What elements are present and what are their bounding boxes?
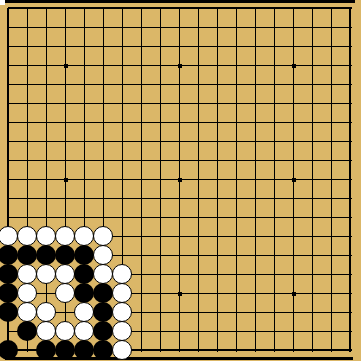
intersection-f13[interactable] (94, 113, 113, 132)
intersection-e12[interactable] (75, 132, 94, 151)
intersection-k12[interactable] (189, 132, 208, 151)
intersection-d18[interactable] (56, 18, 75, 37)
intersection-s2[interactable] (341, 322, 360, 341)
intersection-b8[interactable] (18, 208, 37, 227)
intersection-c3[interactable] (37, 303, 56, 322)
intersection-r15[interactable] (322, 75, 341, 94)
intersection-o16[interactable] (265, 56, 284, 75)
intersection-k9[interactable] (189, 189, 208, 208)
intersection-h5[interactable] (132, 265, 151, 284)
intersection-g5[interactable] (113, 265, 132, 284)
intersection-g9[interactable] (113, 189, 132, 208)
intersection-o14[interactable] (265, 94, 284, 113)
intersection-l16[interactable] (208, 56, 227, 75)
intersection-c15[interactable] (37, 75, 56, 94)
intersection-q7[interactable] (303, 227, 322, 246)
intersection-b16[interactable] (18, 56, 37, 75)
intersection-f11[interactable] (94, 151, 113, 170)
intersection-f14[interactable] (94, 94, 113, 113)
intersection-i7[interactable] (151, 227, 170, 246)
intersection-l6[interactable] (208, 246, 227, 265)
intersection-p13[interactable] (284, 113, 303, 132)
intersection-e7[interactable] (75, 227, 94, 246)
intersection-p4[interactable] (284, 284, 303, 303)
intersection-l13[interactable] (208, 113, 227, 132)
intersection-o4[interactable] (265, 284, 284, 303)
intersection-s12[interactable] (341, 132, 360, 151)
intersection-m1[interactable] (227, 341, 246, 360)
intersection-q13[interactable] (303, 113, 322, 132)
intersection-e11[interactable] (75, 151, 94, 170)
intersection-e2[interactable] (75, 322, 94, 341)
intersection-p5[interactable] (284, 265, 303, 284)
intersection-d7[interactable] (56, 227, 75, 246)
intersection-k6[interactable] (189, 246, 208, 265)
intersection-i11[interactable] (151, 151, 170, 170)
intersection-p15[interactable] (284, 75, 303, 94)
intersection-c13[interactable] (37, 113, 56, 132)
intersection-k14[interactable] (189, 94, 208, 113)
intersection-g16[interactable] (113, 56, 132, 75)
intersection-j4[interactable] (170, 284, 189, 303)
intersection-b11[interactable] (18, 151, 37, 170)
intersection-h10[interactable] (132, 170, 151, 189)
intersection-g10[interactable] (113, 170, 132, 189)
intersection-l18[interactable] (208, 18, 227, 37)
intersection-d10[interactable] (56, 170, 75, 189)
intersection-i13[interactable] (151, 113, 170, 132)
intersection-r8[interactable] (322, 208, 341, 227)
intersection-g12[interactable] (113, 132, 132, 151)
intersection-s9[interactable] (341, 189, 360, 208)
intersection-b12[interactable] (18, 132, 37, 151)
intersection-f17[interactable] (94, 37, 113, 56)
intersection-f5[interactable] (94, 265, 113, 284)
intersection-q11[interactable] (303, 151, 322, 170)
intersection-p9[interactable] (284, 189, 303, 208)
intersection-j15[interactable] (170, 75, 189, 94)
intersection-b14[interactable] (18, 94, 37, 113)
intersection-i1[interactable] (151, 341, 170, 360)
intersection-p12[interactable] (284, 132, 303, 151)
intersection-j10[interactable] (170, 170, 189, 189)
intersection-h6[interactable] (132, 246, 151, 265)
intersection-b19[interactable] (18, 0, 37, 18)
intersection-k11[interactable] (189, 151, 208, 170)
intersection-b9[interactable] (18, 189, 37, 208)
intersection-e18[interactable] (75, 18, 94, 37)
intersection-j9[interactable] (170, 189, 189, 208)
intersection-m13[interactable] (227, 113, 246, 132)
intersection-e3[interactable] (75, 303, 94, 322)
intersection-s11[interactable] (341, 151, 360, 170)
intersection-f15[interactable] (94, 75, 113, 94)
intersection-j13[interactable] (170, 113, 189, 132)
intersection-l2[interactable] (208, 322, 227, 341)
intersection-k17[interactable] (189, 37, 208, 56)
intersection-l3[interactable] (208, 303, 227, 322)
intersection-i19[interactable] (151, 0, 170, 18)
intersection-f19[interactable] (94, 0, 113, 18)
intersection-f3[interactable] (94, 303, 113, 322)
intersection-d13[interactable] (56, 113, 75, 132)
intersection-e9[interactable] (75, 189, 94, 208)
intersection-q6[interactable] (303, 246, 322, 265)
intersection-s19[interactable] (341, 0, 360, 18)
intersection-g18[interactable] (113, 18, 132, 37)
intersection-r7[interactable] (322, 227, 341, 246)
intersection-q8[interactable] (303, 208, 322, 227)
intersection-g4[interactable] (113, 284, 132, 303)
intersection-m19[interactable] (227, 0, 246, 18)
intersection-j12[interactable] (170, 132, 189, 151)
intersection-l10[interactable] (208, 170, 227, 189)
intersection-r1[interactable] (322, 341, 341, 360)
intersection-d12[interactable] (56, 132, 75, 151)
intersection-h2[interactable] (132, 322, 151, 341)
intersection-e4[interactable] (75, 284, 94, 303)
intersection-l17[interactable] (208, 37, 227, 56)
intersection-q1[interactable] (303, 341, 322, 360)
intersection-o6[interactable] (265, 246, 284, 265)
intersection-q3[interactable] (303, 303, 322, 322)
intersection-b17[interactable] (18, 37, 37, 56)
intersection-i6[interactable] (151, 246, 170, 265)
intersection-r10[interactable] (322, 170, 341, 189)
intersection-k3[interactable] (189, 303, 208, 322)
intersection-e13[interactable] (75, 113, 94, 132)
intersection-q14[interactable] (303, 94, 322, 113)
intersection-o15[interactable] (265, 75, 284, 94)
intersection-b10[interactable] (18, 170, 37, 189)
intersection-a2[interactable] (0, 322, 18, 341)
intersection-n11[interactable] (246, 151, 265, 170)
intersection-j16[interactable] (170, 56, 189, 75)
intersection-i3[interactable] (151, 303, 170, 322)
intersection-s4[interactable] (341, 284, 360, 303)
intersection-r6[interactable] (322, 246, 341, 265)
intersection-h9[interactable] (132, 189, 151, 208)
intersection-q9[interactable] (303, 189, 322, 208)
intersection-f12[interactable] (94, 132, 113, 151)
intersection-n8[interactable] (246, 208, 265, 227)
intersection-i17[interactable] (151, 37, 170, 56)
intersection-k1[interactable] (189, 341, 208, 360)
intersection-q19[interactable] (303, 0, 322, 18)
intersection-d8[interactable] (56, 208, 75, 227)
intersection-j8[interactable] (170, 208, 189, 227)
intersection-n15[interactable] (246, 75, 265, 94)
intersection-c10[interactable] (37, 170, 56, 189)
intersection-q15[interactable] (303, 75, 322, 94)
intersection-s6[interactable] (341, 246, 360, 265)
intersection-n10[interactable] (246, 170, 265, 189)
intersection-k18[interactable] (189, 18, 208, 37)
intersection-d3[interactable] (56, 303, 75, 322)
intersection-r17[interactable] (322, 37, 341, 56)
intersection-n9[interactable] (246, 189, 265, 208)
intersection-m11[interactable] (227, 151, 246, 170)
intersection-o11[interactable] (265, 151, 284, 170)
intersection-n18[interactable] (246, 18, 265, 37)
intersection-c16[interactable] (37, 56, 56, 75)
intersection-q18[interactable] (303, 18, 322, 37)
intersection-r3[interactable] (322, 303, 341, 322)
intersection-m9[interactable] (227, 189, 246, 208)
intersection-k10[interactable] (189, 170, 208, 189)
intersection-s3[interactable] (341, 303, 360, 322)
intersection-n2[interactable] (246, 322, 265, 341)
intersection-g13[interactable] (113, 113, 132, 132)
intersection-n3[interactable] (246, 303, 265, 322)
intersection-d4[interactable] (56, 284, 75, 303)
intersection-a7[interactable] (0, 227, 18, 246)
intersection-g14[interactable] (113, 94, 132, 113)
intersection-a3[interactable] (0, 303, 18, 322)
intersection-o18[interactable] (265, 18, 284, 37)
intersection-j7[interactable] (170, 227, 189, 246)
intersection-r4[interactable] (322, 284, 341, 303)
intersection-n17[interactable] (246, 37, 265, 56)
intersection-n14[interactable] (246, 94, 265, 113)
intersection-c17[interactable] (37, 37, 56, 56)
intersection-a16[interactable] (0, 56, 18, 75)
intersection-n16[interactable] (246, 56, 265, 75)
intersection-l4[interactable] (208, 284, 227, 303)
intersection-f4[interactable] (94, 284, 113, 303)
intersection-g19[interactable] (113, 0, 132, 18)
intersection-i18[interactable] (151, 18, 170, 37)
intersection-l12[interactable] (208, 132, 227, 151)
intersection-f7[interactable] (94, 227, 113, 246)
intersection-f16[interactable] (94, 56, 113, 75)
intersection-b6[interactable] (18, 246, 37, 265)
intersection-n1[interactable] (246, 341, 265, 360)
intersection-i8[interactable] (151, 208, 170, 227)
intersection-d5[interactable] (56, 265, 75, 284)
intersection-h15[interactable] (132, 75, 151, 94)
intersection-m3[interactable] (227, 303, 246, 322)
intersection-h13[interactable] (132, 113, 151, 132)
intersection-m6[interactable] (227, 246, 246, 265)
intersection-k2[interactable] (189, 322, 208, 341)
intersection-l8[interactable] (208, 208, 227, 227)
intersection-m2[interactable] (227, 322, 246, 341)
intersection-m8[interactable] (227, 208, 246, 227)
intersection-j2[interactable] (170, 322, 189, 341)
intersection-d2[interactable] (56, 322, 75, 341)
intersection-l5[interactable] (208, 265, 227, 284)
intersection-m7[interactable] (227, 227, 246, 246)
intersection-c5[interactable] (37, 265, 56, 284)
intersection-i16[interactable] (151, 56, 170, 75)
intersection-k16[interactable] (189, 56, 208, 75)
intersection-p7[interactable] (284, 227, 303, 246)
intersection-n7[interactable] (246, 227, 265, 246)
intersection-p14[interactable] (284, 94, 303, 113)
intersection-g17[interactable] (113, 37, 132, 56)
intersection-c7[interactable] (37, 227, 56, 246)
intersection-p11[interactable] (284, 151, 303, 170)
intersection-l7[interactable] (208, 227, 227, 246)
intersection-e6[interactable] (75, 246, 94, 265)
intersection-i2[interactable] (151, 322, 170, 341)
intersection-s14[interactable] (341, 94, 360, 113)
intersection-s1[interactable] (341, 341, 360, 360)
intersection-h7[interactable] (132, 227, 151, 246)
intersection-r11[interactable] (322, 151, 341, 170)
intersection-c11[interactable] (37, 151, 56, 170)
intersection-i4[interactable] (151, 284, 170, 303)
intersection-m12[interactable] (227, 132, 246, 151)
intersection-c6[interactable] (37, 246, 56, 265)
intersection-r19[interactable] (322, 0, 341, 18)
intersection-a4[interactable] (0, 284, 18, 303)
intersection-s13[interactable] (341, 113, 360, 132)
intersection-r9[interactable] (322, 189, 341, 208)
intersection-d19[interactable] (56, 0, 75, 18)
intersection-i5[interactable] (151, 265, 170, 284)
intersection-p18[interactable] (284, 18, 303, 37)
intersection-s15[interactable] (341, 75, 360, 94)
intersection-h14[interactable] (132, 94, 151, 113)
intersection-l15[interactable] (208, 75, 227, 94)
intersection-i15[interactable] (151, 75, 170, 94)
intersection-k13[interactable] (189, 113, 208, 132)
intersection-a12[interactable] (0, 132, 18, 151)
intersection-c14[interactable] (37, 94, 56, 113)
intersection-h8[interactable] (132, 208, 151, 227)
intersection-m18[interactable] (227, 18, 246, 37)
intersection-o1[interactable] (265, 341, 284, 360)
intersection-q12[interactable] (303, 132, 322, 151)
intersection-h17[interactable] (132, 37, 151, 56)
intersection-q17[interactable] (303, 37, 322, 56)
intersection-c4[interactable] (37, 284, 56, 303)
intersection-j11[interactable] (170, 151, 189, 170)
intersection-a5[interactable] (0, 265, 18, 284)
intersection-p3[interactable] (284, 303, 303, 322)
intersection-n12[interactable] (246, 132, 265, 151)
intersection-p16[interactable] (284, 56, 303, 75)
intersection-p10[interactable] (284, 170, 303, 189)
intersection-c18[interactable] (37, 18, 56, 37)
intersection-a14[interactable] (0, 94, 18, 113)
intersection-p6[interactable] (284, 246, 303, 265)
intersection-a6[interactable] (0, 246, 18, 265)
intersection-d1[interactable] (56, 341, 75, 360)
intersection-q5[interactable] (303, 265, 322, 284)
go-board[interactable] (0, 0, 360, 360)
intersection-p2[interactable] (284, 322, 303, 341)
intersection-g11[interactable] (113, 151, 132, 170)
intersection-s17[interactable] (341, 37, 360, 56)
intersection-e19[interactable] (75, 0, 94, 18)
intersection-a19[interactable] (0, 0, 18, 18)
intersection-e5[interactable] (75, 265, 94, 284)
intersection-l11[interactable] (208, 151, 227, 170)
intersection-m14[interactable] (227, 94, 246, 113)
intersection-h3[interactable] (132, 303, 151, 322)
intersection-m16[interactable] (227, 56, 246, 75)
intersection-g2[interactable] (113, 322, 132, 341)
intersection-p19[interactable] (284, 0, 303, 18)
intersection-h11[interactable] (132, 151, 151, 170)
intersection-s10[interactable] (341, 170, 360, 189)
intersection-g3[interactable] (113, 303, 132, 322)
intersection-e8[interactable] (75, 208, 94, 227)
intersection-l19[interactable] (208, 0, 227, 18)
intersection-d17[interactable] (56, 37, 75, 56)
intersection-d9[interactable] (56, 189, 75, 208)
intersection-b4[interactable] (18, 284, 37, 303)
intersection-e17[interactable] (75, 37, 94, 56)
intersection-s5[interactable] (341, 265, 360, 284)
intersection-l14[interactable] (208, 94, 227, 113)
intersection-o8[interactable] (265, 208, 284, 227)
intersection-b3[interactable] (18, 303, 37, 322)
intersection-k5[interactable] (189, 265, 208, 284)
intersection-n5[interactable] (246, 265, 265, 284)
intersection-o12[interactable] (265, 132, 284, 151)
intersection-i12[interactable] (151, 132, 170, 151)
intersection-a8[interactable] (0, 208, 18, 227)
intersection-a18[interactable] (0, 18, 18, 37)
intersection-j5[interactable] (170, 265, 189, 284)
intersection-c8[interactable] (37, 208, 56, 227)
intersection-d14[interactable] (56, 94, 75, 113)
intersection-m17[interactable] (227, 37, 246, 56)
intersection-r14[interactable] (322, 94, 341, 113)
intersection-g6[interactable] (113, 246, 132, 265)
intersection-b2[interactable] (18, 322, 37, 341)
intersection-j19[interactable] (170, 0, 189, 18)
intersection-b7[interactable] (18, 227, 37, 246)
intersection-k15[interactable] (189, 75, 208, 94)
intersection-f6[interactable] (94, 246, 113, 265)
intersection-c2[interactable] (37, 322, 56, 341)
intersection-q2[interactable] (303, 322, 322, 341)
intersection-o9[interactable] (265, 189, 284, 208)
intersection-b18[interactable] (18, 18, 37, 37)
intersection-d6[interactable] (56, 246, 75, 265)
intersection-b15[interactable] (18, 75, 37, 94)
intersection-d16[interactable] (56, 56, 75, 75)
intersection-n6[interactable] (246, 246, 265, 265)
intersection-k7[interactable] (189, 227, 208, 246)
intersection-i14[interactable] (151, 94, 170, 113)
intersection-g15[interactable] (113, 75, 132, 94)
intersection-r2[interactable] (322, 322, 341, 341)
intersection-m15[interactable] (227, 75, 246, 94)
intersection-o13[interactable] (265, 113, 284, 132)
intersection-a15[interactable] (0, 75, 18, 94)
intersection-o10[interactable] (265, 170, 284, 189)
intersection-i10[interactable] (151, 170, 170, 189)
intersection-a9[interactable] (0, 189, 18, 208)
intersection-r18[interactable] (322, 18, 341, 37)
intersection-m5[interactable] (227, 265, 246, 284)
intersection-b13[interactable] (18, 113, 37, 132)
intersection-c12[interactable] (37, 132, 56, 151)
intersection-n4[interactable] (246, 284, 265, 303)
intersection-h16[interactable] (132, 56, 151, 75)
intersection-r5[interactable] (322, 265, 341, 284)
intersection-d11[interactable] (56, 151, 75, 170)
intersection-k19[interactable] (189, 0, 208, 18)
intersection-h12[interactable] (132, 132, 151, 151)
intersection-j18[interactable] (170, 18, 189, 37)
